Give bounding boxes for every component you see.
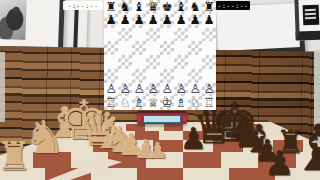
black-bishop-piece: ♝ bbox=[133, 1, 144, 14]
black-rook-piece: ♜ bbox=[203, 1, 214, 14]
black-wooden-king: ♚ bbox=[210, 96, 258, 150]
overlay-chess-board[interactable]: ♜♞♝♛♚♝♞♜♟♟♟♟♟♟♟♟♙♙♙♙♙♙♙♙♖♘♗♕♔♗♘♖ bbox=[104, 0, 216, 110]
white-bishop-piece: ♗ bbox=[175, 97, 186, 110]
black-pawn-piece: ♟ bbox=[189, 14, 200, 27]
black-wooden-pawn: ♟ bbox=[180, 124, 207, 154]
square-b1[interactable]: ♘ bbox=[118, 96, 132, 110]
black-queen-piece: ♛ bbox=[147, 1, 158, 14]
square-b4[interactable] bbox=[118, 55, 132, 69]
square-e4[interactable] bbox=[160, 55, 174, 69]
black-wooden-pawn: ♟ bbox=[254, 136, 281, 166]
square-a4[interactable] bbox=[104, 55, 118, 69]
white-knight-piece: ♘ bbox=[119, 97, 130, 110]
black-wooden-knight: ♞ bbox=[228, 112, 266, 154]
square-c4[interactable] bbox=[132, 55, 146, 69]
square-d4[interactable] bbox=[146, 55, 160, 69]
square-d5[interactable] bbox=[146, 41, 160, 55]
white-wooden-knight: ♞ bbox=[104, 122, 136, 158]
black-pawn-piece: ♟ bbox=[203, 14, 214, 27]
white-pawn-piece: ♙ bbox=[147, 83, 158, 96]
white-bishop-piece: ♗ bbox=[133, 97, 144, 110]
white-pawn-piece: ♙ bbox=[133, 83, 144, 96]
black-clock: -:--:-- bbox=[216, 1, 250, 10]
square-d6[interactable] bbox=[146, 28, 160, 42]
chess-club-scene: ♜♞♝♚♛♝♞♟♟♟♟♛♚♞♝♟♟♜♝ ♜♞♝♛♚♝♞♜♟♟♟♟♟♟♟♟♙♙♙♙… bbox=[0, 0, 320, 180]
square-e7[interactable]: ♟ bbox=[160, 14, 174, 28]
square-d1[interactable]: ♕ bbox=[146, 96, 160, 110]
square-h5[interactable] bbox=[202, 41, 216, 55]
black-wooden-bishop: ♝ bbox=[242, 120, 276, 158]
square-g6[interactable] bbox=[188, 28, 202, 42]
square-g5[interactable] bbox=[188, 41, 202, 55]
black-king-piece: ♚ bbox=[161, 1, 172, 14]
white-wooden-knight: ♞ bbox=[24, 114, 65, 160]
square-c7[interactable]: ♟ bbox=[132, 14, 146, 28]
square-c5[interactable] bbox=[132, 41, 146, 55]
white-wooden-pawn: ♟ bbox=[134, 136, 157, 162]
square-h7[interactable]: ♟ bbox=[202, 14, 216, 28]
white-wooden-bishop: ♝ bbox=[92, 114, 128, 154]
white-wooden-rook: ♜ bbox=[0, 136, 32, 176]
white-king-piece: ♔ bbox=[161, 97, 172, 110]
square-f5[interactable] bbox=[174, 41, 188, 55]
square-a6[interactable] bbox=[104, 28, 118, 42]
square-f6[interactable] bbox=[174, 28, 188, 42]
black-pawn-piece: ♟ bbox=[147, 14, 158, 27]
white-queen-piece: ♕ bbox=[147, 97, 158, 110]
square-b5[interactable] bbox=[118, 41, 132, 55]
black-knight-piece: ♞ bbox=[119, 1, 130, 14]
square-f7[interactable]: ♟ bbox=[174, 14, 188, 28]
square-f4[interactable] bbox=[174, 55, 188, 69]
white-pawn-piece: ♙ bbox=[105, 83, 116, 96]
black-pawn-piece: ♟ bbox=[105, 14, 116, 27]
black-bishop-piece: ♝ bbox=[175, 1, 186, 14]
white-wooden-bishop: ♝ bbox=[46, 102, 84, 144]
square-g1[interactable]: ♘ bbox=[188, 96, 202, 110]
white-pawn-piece: ♙ bbox=[175, 83, 186, 96]
black-clock-time: -:--:-- bbox=[218, 2, 249, 10]
white-pawn-piece: ♙ bbox=[189, 83, 200, 96]
black-pawn-piece: ♟ bbox=[175, 14, 186, 27]
black-wooden-rook: ♜ bbox=[276, 126, 305, 158]
white-pawn-piece: ♙ bbox=[119, 83, 130, 96]
square-b7[interactable]: ♟ bbox=[118, 14, 132, 28]
square-g7[interactable]: ♟ bbox=[188, 14, 202, 28]
black-pawn-piece: ♟ bbox=[161, 14, 172, 27]
square-h6[interactable] bbox=[202, 28, 216, 42]
square-a7[interactable]: ♟ bbox=[104, 14, 118, 28]
white-rook-piece: ♖ bbox=[203, 97, 214, 110]
square-a1[interactable]: ♖ bbox=[104, 96, 118, 110]
square-e6[interactable] bbox=[160, 28, 174, 42]
square-e5[interactable] bbox=[160, 41, 174, 55]
square-c1[interactable]: ♗ bbox=[132, 96, 146, 110]
black-knight-piece: ♞ bbox=[189, 1, 200, 14]
white-wooden-pawn: ♟ bbox=[148, 140, 168, 162]
square-h4[interactable] bbox=[202, 55, 216, 69]
square-f1[interactable]: ♗ bbox=[174, 96, 188, 110]
square-g4[interactable] bbox=[188, 55, 202, 69]
black-pawn-piece: ♟ bbox=[119, 14, 130, 27]
square-a5[interactable] bbox=[104, 41, 118, 55]
white-clock-time: -:--:-- bbox=[68, 2, 99, 10]
square-h1[interactable]: ♖ bbox=[202, 96, 216, 110]
black-wooden-pawn: ♟ bbox=[264, 146, 294, 180]
square-d7[interactable]: ♟ bbox=[146, 14, 160, 28]
white-pawn-piece: ♙ bbox=[161, 83, 172, 96]
white-wooden-queen: ♛ bbox=[78, 104, 121, 152]
white-pawn-piece: ♙ bbox=[203, 83, 214, 96]
white-knight-piece: ♘ bbox=[189, 97, 200, 110]
white-wooden-king: ♚ bbox=[60, 94, 108, 148]
square-b6[interactable] bbox=[118, 28, 132, 42]
square-c6[interactable] bbox=[132, 28, 146, 42]
black-wooden-bishop: ♝ bbox=[290, 116, 320, 180]
square-e1[interactable]: ♔ bbox=[160, 96, 174, 110]
white-clock: -:--:-- bbox=[63, 1, 103, 10]
black-rook-piece: ♜ bbox=[105, 1, 116, 14]
white-wooden-pawn: ♟ bbox=[118, 130, 145, 160]
white-rook-piece: ♖ bbox=[105, 97, 116, 110]
black-pawn-piece: ♟ bbox=[133, 14, 144, 27]
